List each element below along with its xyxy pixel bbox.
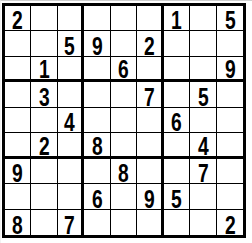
cell-r7c8: 7 (190, 159, 216, 184)
given-digit: 4 (197, 135, 208, 157)
cell-r3c1[interactable] (5, 57, 31, 82)
cell-r8c2[interactable] (31, 184, 57, 209)
cell-r4c2: 3 (31, 82, 57, 107)
cell-r2c9[interactable] (217, 31, 243, 56)
given-digit: 5 (224, 9, 235, 31)
cell-r6c3[interactable] (58, 133, 84, 158)
given-digit: 9 (92, 35, 103, 57)
cell-r1c8[interactable] (190, 6, 216, 31)
cell-r2c1[interactable] (5, 31, 31, 56)
cell-r7c2[interactable] (31, 159, 57, 184)
given-digit: 2 (224, 214, 235, 236)
cell-r5c6[interactable] (137, 108, 163, 133)
cell-r7c4[interactable] (84, 159, 110, 184)
cell-r7c1: 9 (5, 159, 31, 184)
cell-r5c9[interactable] (217, 108, 243, 133)
cell-r6c7[interactable] (164, 133, 190, 158)
cell-r8c8[interactable] (190, 184, 216, 209)
given-digit: 3 (39, 86, 50, 108)
cell-r7c7[interactable] (164, 159, 190, 184)
given-digit: 8 (92, 135, 103, 157)
cell-r3c6[interactable] (137, 57, 163, 82)
cell-r5c3: 4 (58, 108, 84, 133)
cell-r2c6: 2 (137, 31, 163, 56)
cell-r1c2[interactable] (31, 6, 57, 31)
cell-r9c9: 2 (217, 210, 243, 235)
cell-r7c6[interactable] (137, 159, 163, 184)
given-digit: 6 (118, 58, 129, 80)
cell-r2c4: 9 (84, 31, 110, 56)
cell-r7c9[interactable] (217, 159, 243, 184)
cell-r4c9[interactable] (217, 82, 243, 107)
cell-r2c2[interactable] (31, 31, 57, 56)
cell-r4c4[interactable] (84, 82, 110, 107)
given-digit: 1 (39, 58, 50, 80)
given-digit: 5 (171, 188, 182, 210)
sudoku-page: 21559216937546284987695872 (0, 0, 252, 243)
cell-r5c4[interactable] (84, 108, 110, 133)
cell-r8c1[interactable] (5, 184, 31, 209)
cell-r5c8[interactable] (190, 108, 216, 133)
cell-r9c5[interactable] (111, 210, 137, 235)
cell-r6c9[interactable] (217, 133, 243, 158)
cell-r4c5[interactable] (111, 82, 137, 107)
cell-r6c4: 8 (84, 133, 110, 158)
cell-r3c7[interactable] (164, 57, 190, 82)
given-digit: 7 (144, 86, 155, 108)
cell-r5c1[interactable] (5, 108, 31, 133)
cell-r9c4[interactable] (84, 210, 110, 235)
cell-r3c8[interactable] (190, 57, 216, 82)
cell-r4c3[interactable] (58, 82, 84, 107)
given-digit: 8 (118, 162, 129, 184)
cell-r8c5[interactable] (111, 184, 137, 209)
cell-r6c5[interactable] (111, 133, 137, 158)
given-digit: 2 (144, 35, 155, 57)
cell-r1c5[interactable] (111, 6, 137, 31)
cell-r3c2: 1 (31, 57, 57, 82)
given-digit: 2 (12, 9, 23, 31)
cell-r5c7: 6 (164, 108, 190, 133)
cell-r1c3[interactable] (58, 6, 84, 31)
cell-r9c3: 7 (58, 210, 84, 235)
given-digit: 9 (144, 188, 155, 210)
cell-r3c4[interactable] (84, 57, 110, 82)
given-digit: 9 (12, 162, 23, 184)
cell-r1c6[interactable] (137, 6, 163, 31)
cell-r4c6: 7 (137, 82, 163, 107)
cell-r1c4[interactable] (84, 6, 110, 31)
cell-r9c8[interactable] (190, 210, 216, 235)
given-digit: 5 (64, 35, 75, 57)
cell-r5c5[interactable] (111, 108, 137, 133)
cell-r7c3[interactable] (58, 159, 84, 184)
given-digit: 8 (12, 214, 23, 236)
cell-r4c1[interactable] (5, 82, 31, 107)
given-digit: 2 (39, 135, 50, 157)
cell-r4c8: 5 (190, 82, 216, 107)
cell-r1c1: 2 (5, 6, 31, 31)
cell-r7c5: 8 (111, 159, 137, 184)
cell-r2c7[interactable] (164, 31, 190, 56)
sudoku-board: 21559216937546284987695872 (2, 3, 246, 238)
given-digit: 6 (171, 111, 182, 133)
cell-r2c5[interactable] (111, 31, 137, 56)
cell-r3c9: 9 (217, 57, 243, 82)
given-digit: 5 (197, 86, 208, 108)
cell-r9c2[interactable] (31, 210, 57, 235)
cell-r1c7: 1 (164, 6, 190, 31)
cell-r6c2: 2 (31, 133, 57, 158)
cell-r9c1: 8 (5, 210, 31, 235)
cell-r4c7[interactable] (164, 82, 190, 107)
cell-r6c8: 4 (190, 133, 216, 158)
cell-r1c9: 5 (217, 6, 243, 31)
given-digit: 4 (64, 111, 75, 133)
cell-r8c7: 5 (164, 184, 190, 209)
cell-r3c3[interactable] (58, 57, 84, 82)
given-digit: 9 (224, 58, 235, 80)
given-digit: 6 (92, 188, 103, 210)
cell-r8c9[interactable] (217, 184, 243, 209)
cell-r8c4: 6 (84, 184, 110, 209)
cell-r6c1[interactable] (5, 133, 31, 158)
cell-r2c8[interactable] (190, 31, 216, 56)
cell-r2c3: 5 (58, 31, 84, 56)
given-digit: 1 (171, 9, 182, 31)
cell-r8c6: 9 (137, 184, 163, 209)
cell-r6c6[interactable] (137, 133, 163, 158)
given-digit: 7 (64, 214, 75, 236)
cell-r3c5: 6 (111, 57, 137, 82)
cell-r5c2[interactable] (31, 108, 57, 133)
given-digit: 7 (197, 162, 208, 184)
cell-r9c7[interactable] (164, 210, 190, 235)
cell-r9c6[interactable] (137, 210, 163, 235)
cell-r8c3[interactable] (58, 184, 84, 209)
